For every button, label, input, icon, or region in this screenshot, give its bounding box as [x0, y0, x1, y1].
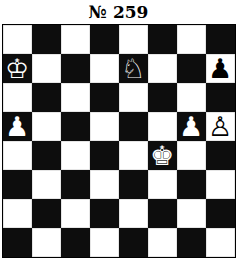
square-f4: ♚: [148, 141, 177, 170]
square-a6: [3, 83, 32, 112]
square-g5: ♟: [177, 112, 206, 141]
square-d8: [90, 25, 119, 54]
square-g4: [177, 141, 206, 170]
square-e1: [119, 228, 148, 257]
chess-board: ♔♘♟♟♟♙♚: [2, 24, 236, 258]
square-c6: [61, 83, 90, 112]
square-a3: [3, 170, 32, 199]
square-e6: [119, 83, 148, 112]
square-h7: ♟: [206, 54, 235, 83]
square-b4: [32, 141, 61, 170]
square-a8: [3, 25, 32, 54]
square-g8: [177, 25, 206, 54]
piece-white-pawn: ♟: [5, 112, 29, 141]
square-e5: [119, 112, 148, 141]
square-a7: ♔: [3, 54, 32, 83]
square-c4: [61, 141, 90, 170]
square-b8: [32, 25, 61, 54]
square-f8: [148, 25, 177, 54]
square-f5: [148, 112, 177, 141]
square-e8: [119, 25, 148, 54]
square-h4: [206, 141, 235, 170]
square-e7: ♘: [119, 54, 148, 83]
square-c1: [61, 228, 90, 257]
square-d6: [90, 83, 119, 112]
chess-diagram-page: № 259 ♔♘♟♟♟♙♚: [0, 0, 237, 261]
square-d3: [90, 170, 119, 199]
square-b3: [32, 170, 61, 199]
square-f1: [148, 228, 177, 257]
square-g2: [177, 199, 206, 228]
square-c5: [61, 112, 90, 141]
square-b1: [32, 228, 61, 257]
square-f7: [148, 54, 177, 83]
square-g6: [177, 83, 206, 112]
square-f3: [148, 170, 177, 199]
square-d4: [90, 141, 119, 170]
square-a4: [3, 141, 32, 170]
square-h2: [206, 199, 235, 228]
square-d7: [90, 54, 119, 83]
square-c2: [61, 199, 90, 228]
square-h5: ♙: [206, 112, 235, 141]
square-e3: [119, 170, 148, 199]
square-g1: [177, 228, 206, 257]
square-d1: [90, 228, 119, 257]
square-f6: [148, 83, 177, 112]
square-b6: [32, 83, 61, 112]
square-d5: [90, 112, 119, 141]
piece-black-pawn: ♟: [208, 54, 232, 83]
piece-black-knight: ♘: [121, 54, 145, 83]
square-f2: [148, 199, 177, 228]
square-d2: [90, 199, 119, 228]
piece-white-pawn: ♙: [208, 112, 232, 141]
square-a5: ♟: [3, 112, 32, 141]
diagram-title: № 259: [0, 0, 237, 24]
square-h6: [206, 83, 235, 112]
square-g3: [177, 170, 206, 199]
piece-white-pawn: ♟: [179, 112, 203, 141]
square-e2: [119, 199, 148, 228]
square-e4: [119, 141, 148, 170]
square-b2: [32, 199, 61, 228]
square-h1: [206, 228, 235, 257]
square-a1: [3, 228, 32, 257]
square-c3: [61, 170, 90, 199]
square-c7: [61, 54, 90, 83]
square-h8: [206, 25, 235, 54]
square-c8: [61, 25, 90, 54]
square-b5: [32, 112, 61, 141]
square-b7: [32, 54, 61, 83]
square-h3: [206, 170, 235, 199]
square-g7: [177, 54, 206, 83]
piece-black-king: ♔: [5, 54, 29, 83]
piece-white-king: ♚: [150, 141, 174, 170]
square-a2: [3, 199, 32, 228]
